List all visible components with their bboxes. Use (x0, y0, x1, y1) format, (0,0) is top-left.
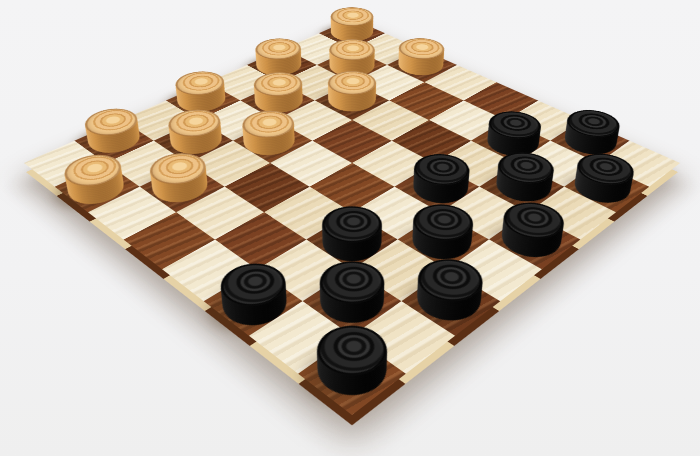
board-square-dark (204, 269, 303, 336)
product-photo-scene (0, 0, 700, 456)
checkers-board (24, 19, 680, 415)
checker-piece-black (308, 272, 397, 332)
board-grid (24, 19, 680, 415)
